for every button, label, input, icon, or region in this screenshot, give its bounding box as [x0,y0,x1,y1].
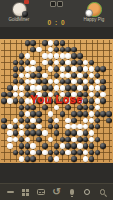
white-stone [89,130,95,136]
black-stone [71,118,77,124]
white-stone [65,124,71,130]
white-stone [42,53,48,59]
right-player[interactable]: Happy Pig [77,2,111,22]
black-stone [13,124,19,130]
black-stone [30,73,36,79]
board-cell[interactable] [71,53,77,59]
black-stone [13,66,19,72]
board-cell[interactable] [42,130,48,136]
white-stone [54,60,60,66]
board-cell[interactable] [30,66,36,72]
white-stone [71,137,77,143]
black-stone [30,130,36,136]
white-stone [77,130,83,136]
black-stone [60,150,66,156]
black-stone [100,66,106,72]
left-player-name: GoldMiner [2,17,36,22]
black-stone [48,150,54,156]
black-stone [36,79,42,85]
black-stone [60,79,66,85]
white-stone [54,53,60,59]
black-stone [60,137,66,143]
board-cell[interactable] [24,143,30,149]
black-stone [36,111,42,117]
white-stone [83,124,89,130]
black-stone [77,79,83,85]
black-stone [71,130,77,136]
white-stone [48,53,54,59]
white-stone [65,60,71,66]
white-stone [77,124,83,130]
white-stone [89,118,95,124]
board-cell[interactable] [42,53,48,59]
black-stone [13,60,19,66]
white-stone [83,118,89,124]
black-stone [83,73,89,79]
board-cell[interactable] [77,72,83,78]
white-stone [83,150,89,156]
black-stone [71,156,77,162]
white-stone [25,111,31,117]
white-stone [36,47,42,53]
black-stone [83,111,89,117]
board-cell[interactable] [36,117,42,123]
black-stone [95,111,101,117]
board-cell[interactable] [42,85,48,91]
white-stone-badge-icon [85,9,93,17]
white-stone [77,73,83,79]
undo-icon: ↺ [52,187,60,197]
white-stone [60,73,66,79]
white-stone [42,73,48,79]
black-stone [1,124,7,130]
black-stone [89,150,95,156]
white-stone [83,156,89,162]
black-stone [65,79,71,85]
board-cell[interactable] [71,66,77,72]
black-stone [54,40,60,46]
board-cell[interactable] [30,143,36,149]
white-stone [19,73,25,79]
black-stone [48,124,54,130]
board-cell[interactable] [7,143,13,149]
black-stone [89,124,95,130]
black-stone [54,143,60,149]
board-cell[interactable] [30,111,36,117]
white-stone [13,137,19,143]
black-stone [30,124,36,130]
board-cell[interactable] [59,66,65,72]
black-stone [95,66,101,72]
black-stone [30,40,36,46]
black-stone [7,85,13,91]
white-stone [83,66,89,72]
black-stone [36,150,42,156]
black-stone [60,111,66,117]
white-stone [7,124,13,130]
black-stone [48,156,54,162]
black-stone [25,118,31,124]
black-stone [19,66,25,72]
black-stone [65,130,71,136]
white-stone [30,79,36,85]
minimize-icon [7,191,14,193]
black-stone [19,105,25,111]
black-stone [25,105,31,111]
black-stone [89,60,95,66]
notification-badge [24,0,29,4]
minimize-button[interactable] [5,186,16,199]
white-stone [7,137,13,143]
black-stone [89,105,95,111]
black-stone [77,105,83,111]
black-stone [106,111,112,117]
board-cell[interactable] [1,117,7,123]
apps-button[interactable] [20,186,31,199]
black-stone [95,137,101,143]
board-cell[interactable] [77,143,83,149]
zoom-icon [100,189,106,195]
black-stone [25,150,31,156]
black-stone [30,111,36,117]
white-stone [54,79,60,85]
black-stone [25,124,31,130]
black-stone [54,130,60,136]
black-stone [19,137,25,143]
board-cell[interactable] [77,111,83,117]
white-stone [54,156,60,162]
white-stone [25,66,31,72]
white-stone [77,143,83,149]
black-stone [65,137,71,143]
white-stone [60,66,66,72]
black-stone [54,150,60,156]
black-stone [13,150,19,156]
board-cell[interactable] [7,130,13,136]
app-logo-icon [50,1,64,19]
white-stone [42,130,48,136]
black-stone [42,40,48,46]
score-icon [37,189,45,195]
white-stone [77,85,83,91]
black-stone [13,130,19,136]
white-stone [89,85,95,91]
black-stone [13,73,19,79]
black-stone [65,66,71,72]
black-stone [25,60,31,66]
left-player[interactable]: GoldMiner [2,2,36,22]
bottom-panel [0,163,113,183]
black-stone [19,60,25,66]
white-stone [95,79,101,85]
match-score: 0 : 0 [36,19,77,26]
black-stone [71,85,77,91]
black-stone [77,150,83,156]
white-stone [54,85,60,91]
white-stone [65,118,71,124]
header-divider-strip [0,27,113,39]
black-stone [83,130,89,136]
voice-button[interactable] [66,186,77,199]
black-stone [83,137,89,143]
black-stone [13,79,19,85]
black-stone [25,40,31,46]
white-stone [95,105,101,111]
board-cell[interactable] [65,66,71,72]
white-stone [30,60,36,66]
white-stone [7,143,13,149]
black-stone [54,124,60,130]
board-cell[interactable] [106,111,112,117]
white-stone [71,79,77,85]
black-stone [100,85,106,91]
white-stone [36,124,42,130]
black-stone [83,105,89,111]
black-stone [42,85,48,91]
black-stone [60,47,66,53]
black-stone [42,105,48,111]
black-stone [89,156,95,162]
black-stone [36,130,42,136]
white-stone [65,150,71,156]
board-cell[interactable] [94,111,100,117]
white-stone [42,60,48,66]
white-stone [19,156,25,162]
header-bar: GoldMiner 0 : 0 00:30 00:30 Happy Pig [0,0,113,27]
black-stone [60,40,66,46]
white-stone [65,53,71,59]
black-stone [36,73,42,79]
white-stone [25,73,31,79]
white-stone [19,130,25,136]
white-stone [42,150,48,156]
white-stone [48,66,54,72]
black-stone [77,60,83,66]
white-stone [60,53,66,59]
black-stone [19,143,25,149]
white-stone [89,111,95,117]
black-stone [36,137,42,143]
black-stone [65,85,71,91]
white-stone [13,118,19,124]
white-stone [25,79,31,85]
black-stone [19,79,25,85]
white-stone [7,130,13,136]
board-cell[interactable] [77,130,83,136]
black-stone [95,124,101,130]
board-cell[interactable] [77,85,83,91]
white-stone [71,124,77,130]
board-cell[interactable] [100,111,106,117]
white-stone [54,105,60,111]
black-stone [100,111,106,117]
black-stone [83,85,89,91]
board-cell[interactable] [77,66,83,72]
black-stone [19,111,25,117]
black-stone [19,118,25,124]
white-stone [48,79,54,85]
black-stone [106,118,112,124]
black-stone [71,73,77,79]
board-cell[interactable] [106,156,112,162]
board-cell[interactable] [42,40,48,46]
black-stone [89,143,95,149]
white-stone [36,85,42,91]
black-stone [42,79,48,85]
apps-icon [22,189,29,196]
black-stone [65,105,71,111]
board-cell[interactable] [42,72,48,78]
black-stone [71,47,77,53]
black-stone [30,47,36,53]
stone-icon [84,189,90,195]
black-stone [36,118,42,124]
white-stone [13,85,19,91]
white-stone [48,40,54,46]
board-cell[interactable] [59,111,65,117]
black-stone [19,53,25,59]
black-stone [42,143,48,149]
black-stone [71,150,77,156]
black-stone [95,73,101,79]
bottom-toolbar: ↺ [0,183,113,200]
stone-button[interactable] [82,186,93,199]
white-stone [54,118,60,124]
board-cell[interactable] [42,143,48,149]
white-stone [30,66,36,72]
board-cell[interactable] [24,111,30,117]
board-cell[interactable] [71,143,77,149]
black-stone [25,130,31,136]
white-stone [89,73,95,79]
black-stone [71,143,77,149]
black-stone [25,85,31,91]
black-stone [77,53,83,59]
board-cell[interactable] [19,156,25,162]
white-stone [83,79,89,85]
black-stone [71,111,77,117]
black-stone [89,79,95,85]
black-stone [25,156,31,162]
board-cell[interactable] [30,156,36,162]
black-stone [19,150,25,156]
black-stone [60,60,66,66]
black-stone [1,118,7,124]
white-stone [19,85,25,91]
voice-icon [70,189,74,195]
black-stone [25,143,31,149]
score-button[interactable] [36,186,47,199]
white-stone [60,143,66,149]
right-player-name: Happy Pig [77,17,111,22]
black-stone [30,105,36,111]
board-cell[interactable] [36,130,42,136]
black-stone-badge-icon [22,11,28,17]
white-stone [48,47,54,53]
black-stone [48,60,54,66]
white-stone [65,73,71,79]
star-point [55,139,57,141]
board-cell[interactable] [71,111,77,117]
white-stone [48,111,54,117]
black-stone [48,118,54,124]
black-stone [71,53,77,59]
black-stone [48,85,54,91]
black-stone [36,66,42,72]
black-stone [71,60,77,66]
black-stone [54,66,60,72]
white-stone [30,118,36,124]
board-cell[interactable] [36,66,42,72]
white-stone [25,53,31,59]
black-stone [100,79,106,85]
white-stone [71,66,77,72]
white-stone [30,85,36,91]
black-stone [54,73,60,79]
black-stone [54,47,60,53]
zoom-button[interactable] [97,186,108,199]
black-stone [77,111,83,117]
white-stone [30,143,36,149]
black-stone [100,143,106,149]
board-cell[interactable] [77,53,83,59]
white-stone [83,60,89,66]
board-cell[interactable] [7,85,13,91]
black-stone [77,137,83,143]
white-stone [89,66,95,72]
undo-button[interactable]: ↺ [51,186,62,199]
white-stone [89,137,95,143]
board-cell[interactable] [24,156,30,162]
result-banner: You Lose [0,93,113,105]
white-stone [60,85,66,91]
black-stone [95,150,101,156]
black-stone [30,156,36,162]
white-stone [25,137,31,143]
white-stone [48,137,54,143]
white-stone [95,85,101,91]
white-stone [30,150,36,156]
black-stone [95,118,101,124]
board-cell[interactable] [71,156,77,162]
white-stone [19,124,25,130]
go-app: GoldMiner 0 : 0 00:30 00:30 Happy Pig Yo… [0,0,113,200]
board-cell[interactable] [36,111,42,117]
black-stone [77,66,83,72]
black-stone [65,143,71,149]
black-stone [65,47,71,53]
black-stone [83,143,89,149]
board-cell[interactable] [24,66,30,72]
